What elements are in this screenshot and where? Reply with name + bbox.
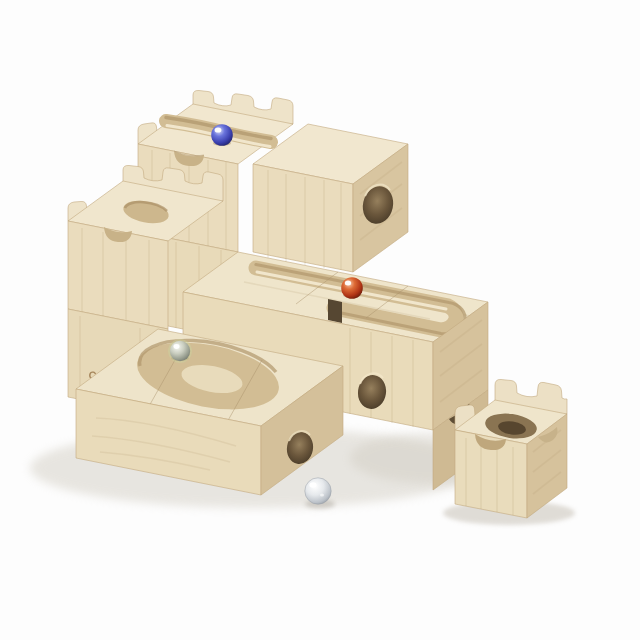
glass-marble-group	[305, 478, 331, 504]
blue-marble	[211, 124, 233, 146]
glass-marble-highlight	[309, 482, 316, 488]
silver-marble-highlight	[174, 344, 180, 349]
blue-marble-highlight	[215, 127, 222, 132]
orange-marble	[341, 277, 363, 299]
silver-marble	[170, 341, 190, 361]
glass-marble-inner-glint	[320, 494, 324, 497]
orange-marble-highlight	[345, 281, 351, 286]
uturn-drop-slot	[328, 299, 342, 323]
product-photo: CUBO	[0, 0, 640, 640]
marble-run-scene: CUBO	[0, 0, 640, 640]
